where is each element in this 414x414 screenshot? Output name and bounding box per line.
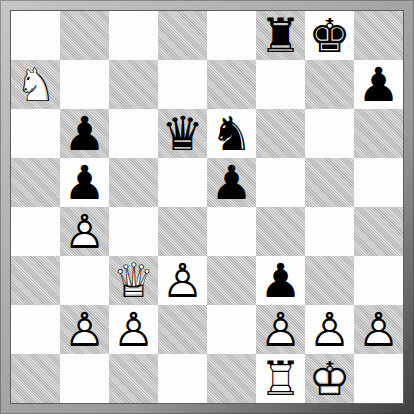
square-b6[interactable]: ♟ [60,109,109,158]
square-d7[interactable] [158,60,207,109]
square-f2[interactable]: ♟♙ [256,305,305,354]
square-b2[interactable]: ♟♙ [60,305,109,354]
white-pawn: ♟♙ [112,306,154,353]
square-f8[interactable]: ♜ [256,11,305,60]
square-g1[interactable]: ♚♔ [305,354,354,403]
white-pawn: ♟♙ [63,306,105,353]
square-a3[interactable] [11,256,60,305]
white-rook: ♜♖ [259,355,301,402]
square-a4[interactable] [11,207,60,256]
white-pawn: ♟♙ [259,306,301,353]
square-f5[interactable] [256,158,305,207]
square-b4[interactable]: ♟♙ [60,207,109,256]
square-f6[interactable] [256,109,305,158]
black-king: ♚ [308,12,350,59]
square-h7[interactable]: ♟ [354,60,403,109]
square-f1[interactable]: ♜♖ [256,354,305,403]
square-g3[interactable] [305,256,354,305]
white-knight: ♞♘ [14,61,56,108]
square-e3[interactable] [207,256,256,305]
square-a2[interactable] [11,305,60,354]
square-d3[interactable]: ♟♙ [158,256,207,305]
square-c2[interactable]: ♟♙ [109,305,158,354]
square-g5[interactable] [305,158,354,207]
square-d4[interactable] [158,207,207,256]
white-pawn: ♟♙ [63,208,105,255]
square-e1[interactable] [207,354,256,403]
square-c8[interactable] [109,11,158,60]
white-pawn: ♟♙ [308,306,350,353]
black-queen: ♛ [161,110,203,157]
square-e5[interactable]: ♟ [207,158,256,207]
square-f7[interactable] [256,60,305,109]
square-d5[interactable] [158,158,207,207]
square-d1[interactable] [158,354,207,403]
square-c4[interactable] [109,207,158,256]
square-g6[interactable] [305,109,354,158]
white-king: ♚♔ [308,355,350,402]
square-h3[interactable] [354,256,403,305]
square-h5[interactable] [354,158,403,207]
square-b7[interactable] [60,60,109,109]
square-e2[interactable] [207,305,256,354]
square-e6[interactable]: ♞ [207,109,256,158]
black-pawn: ♟ [210,159,252,206]
square-b8[interactable] [60,11,109,60]
square-f4[interactable] [256,207,305,256]
black-rook: ♜ [259,12,301,59]
square-d2[interactable] [158,305,207,354]
square-g7[interactable] [305,60,354,109]
board-frame: ♜♚♞♘♟♟♛♞♟♟♟♙♛♕♟♙♟♟♙♟♙♟♙♟♙♟♙♜♖♚♔ [0,0,414,414]
square-g2[interactable]: ♟♙ [305,305,354,354]
square-h2[interactable]: ♟♙ [354,305,403,354]
square-h1[interactable] [354,354,403,403]
square-a6[interactable] [11,109,60,158]
black-knight: ♞ [210,110,252,157]
square-b3[interactable] [60,256,109,305]
square-g8[interactable]: ♚ [305,11,354,60]
square-e8[interactable] [207,11,256,60]
black-pawn: ♟ [259,257,301,304]
square-d8[interactable] [158,11,207,60]
square-a7[interactable]: ♞♘ [11,60,60,109]
square-c6[interactable] [109,109,158,158]
white-pawn: ♟♙ [161,257,203,304]
square-c7[interactable] [109,60,158,109]
square-a1[interactable] [11,354,60,403]
square-g4[interactable] [305,207,354,256]
white-queen: ♛♕ [112,257,154,304]
white-pawn: ♟♙ [357,306,399,353]
black-pawn: ♟ [357,61,399,108]
square-b5[interactable]: ♟ [60,158,109,207]
square-h6[interactable] [354,109,403,158]
square-c1[interactable] [109,354,158,403]
square-c5[interactable] [109,158,158,207]
square-a5[interactable] [11,158,60,207]
black-pawn: ♟ [63,110,105,157]
square-c3[interactable]: ♛♕ [109,256,158,305]
square-h4[interactable] [354,207,403,256]
square-e7[interactable] [207,60,256,109]
square-e4[interactable] [207,207,256,256]
square-h8[interactable] [354,11,403,60]
square-d6[interactable]: ♛ [158,109,207,158]
square-a8[interactable] [11,11,60,60]
square-b1[interactable] [60,354,109,403]
chess-board: ♜♚♞♘♟♟♛♞♟♟♟♙♛♕♟♙♟♟♙♟♙♟♙♟♙♟♙♜♖♚♔ [10,10,404,404]
square-f3[interactable]: ♟ [256,256,305,305]
black-pawn: ♟ [63,159,105,206]
